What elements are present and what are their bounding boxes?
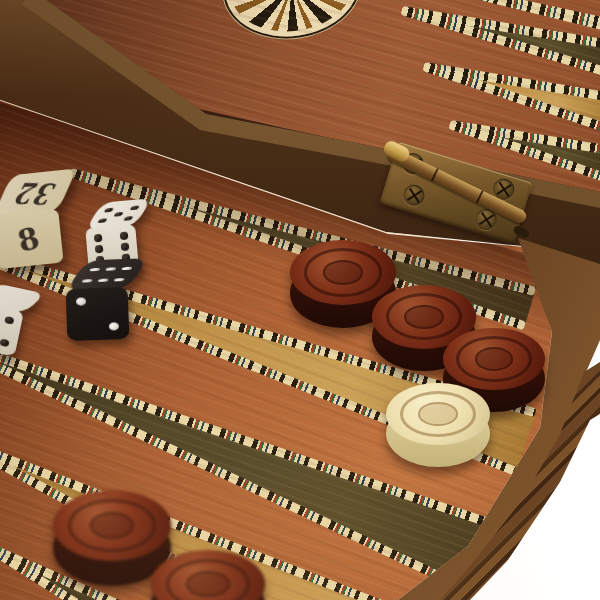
doubling-cube-front-face: 8	[0, 209, 64, 270]
die-pip	[109, 322, 120, 331]
black-die[interactable]	[65, 259, 130, 341]
die-pip	[119, 232, 128, 240]
die-pip	[120, 266, 133, 270]
die-pip	[81, 279, 94, 283]
point-border-inlay	[467, 0, 600, 32]
die-pip	[94, 234, 103, 242]
point-border-inlay	[423, 62, 600, 133]
checker-top	[386, 383, 490, 445]
die-pip	[4, 316, 14, 325]
checker-center-recess	[90, 512, 135, 539]
die-pip	[113, 278, 126, 282]
checker-cream[interactable]	[386, 383, 490, 467]
checker-center-recess	[323, 260, 363, 285]
checker-top	[151, 550, 265, 600]
checker-center-recess	[186, 571, 229, 597]
point-border-inlay	[423, 62, 600, 102]
die-pip	[88, 268, 101, 272]
die-pip	[123, 216, 134, 220]
doubling-cube-front-value: 8	[13, 219, 42, 258]
die-face	[66, 287, 130, 341]
checker-center-recess	[418, 402, 458, 426]
die-pip	[75, 297, 86, 306]
die-pip	[0, 338, 10, 347]
board-point	[419, 46, 600, 134]
point-border-inlay	[449, 120, 600, 155]
checker-center-recess	[475, 347, 514, 371]
star-medallion-inlay	[219, 0, 365, 45]
point-border-inlay	[401, 6, 600, 50]
doubling-cube-top-value: 32	[7, 176, 62, 210]
die-pip	[97, 278, 110, 282]
point-border-inlay	[401, 6, 600, 76]
checker-top	[443, 328, 545, 390]
point-border-inlay	[467, 0, 600, 28]
board-point	[466, 0, 600, 33]
doubling-cube[interactable]: 32 8	[0, 171, 64, 269]
die-pip	[94, 245, 103, 253]
board-point	[398, 0, 600, 77]
die-pip	[104, 267, 117, 271]
hinge-screw-icon	[401, 182, 427, 208]
checker-dark[interactable]	[151, 550, 265, 600]
die-pip	[120, 243, 129, 251]
checker-center-recess	[404, 305, 444, 329]
backgammon-photo: 32 8	[0, 0, 600, 600]
